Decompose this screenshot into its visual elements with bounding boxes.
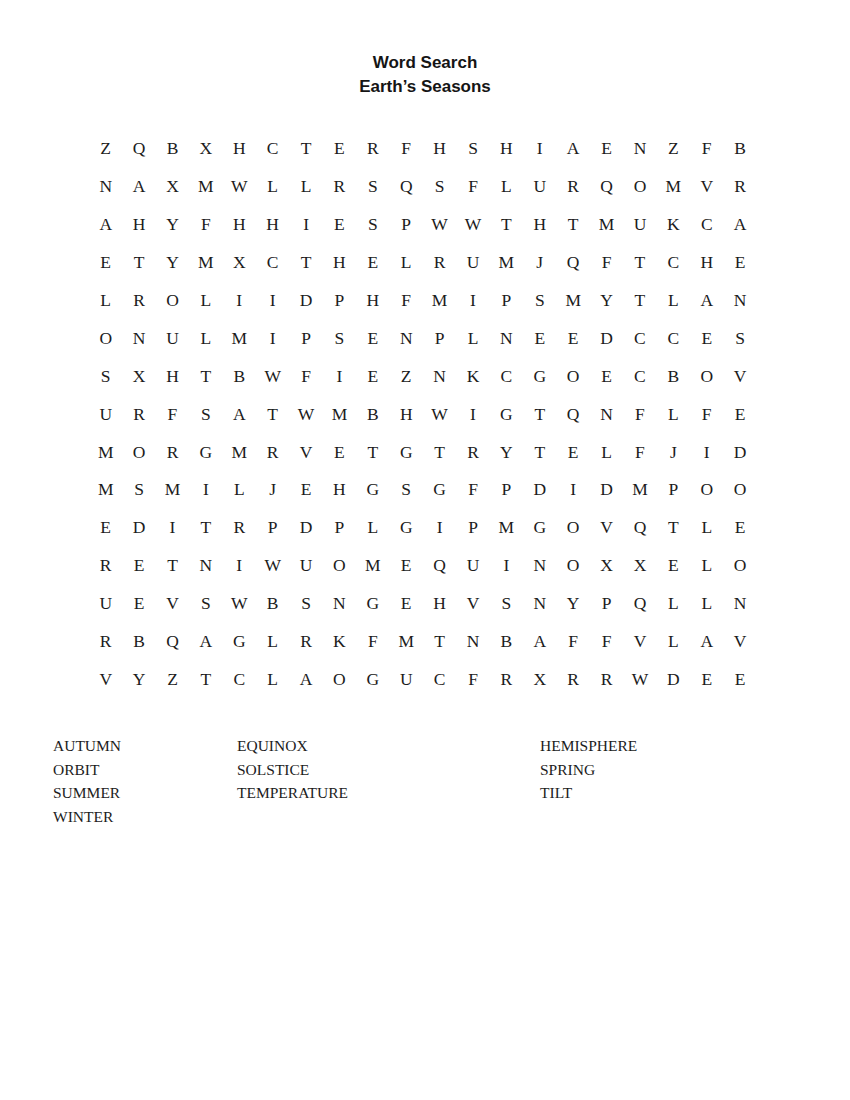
grid-cell-r14c19: A xyxy=(690,623,723,661)
grid-cell-r11c10: G xyxy=(390,509,423,547)
grid-cell-r3c18: K xyxy=(657,206,690,244)
grid-cell-r9c18: J xyxy=(657,433,690,471)
grid-cell-r10c15: I xyxy=(556,471,589,509)
puzzle-title-line-1: Word Search xyxy=(0,51,850,75)
puzzle-title-line-2: Earth’s Seasons xyxy=(0,75,850,99)
grid-cell-r13c1: U xyxy=(89,585,122,623)
grid-cell-r7c16: E xyxy=(590,357,623,395)
grid-cell-r1c8: E xyxy=(323,130,356,168)
grid-cell-r9c9: T xyxy=(356,433,389,471)
grid-cell-r4c16: F xyxy=(590,244,623,282)
grid-cell-r10c16: D xyxy=(590,471,623,509)
grid-cell-r5c5: I xyxy=(223,282,256,320)
grid-cell-r7c19: O xyxy=(690,357,723,395)
grid-cell-r1c2: Q xyxy=(122,130,155,168)
grid-cell-r5c18: L xyxy=(657,282,690,320)
grid-cell-r4c6: C xyxy=(256,244,289,282)
grid-cell-r13c11: H xyxy=(423,585,456,623)
grid-cell-r7c14: G xyxy=(523,357,556,395)
grid-cell-r7c6: W xyxy=(256,357,289,395)
grid-cell-r13c10: E xyxy=(390,585,423,623)
grid-cell-r6c3: U xyxy=(156,319,189,357)
grid-cell-r14c2: B xyxy=(122,623,155,661)
grid-cell-r15c10: U xyxy=(390,660,423,698)
grid-cell-r10c17: M xyxy=(623,471,656,509)
grid-cell-r2c13: L xyxy=(490,168,523,206)
grid-cell-r3c15: T xyxy=(556,206,589,244)
grid-cell-r11c9: L xyxy=(356,509,389,547)
grid-cell-r4c7: T xyxy=(289,244,322,282)
grid-cell-r5c13: P xyxy=(490,282,523,320)
word-search-grid: ZQBXHCTERFHSHIAENZFBNAXMWLLRSQSFLURQOMVR… xyxy=(89,130,757,698)
grid-cell-r9c12: R xyxy=(456,433,489,471)
grid-cell-r12c17: X xyxy=(623,547,656,585)
grid-cell-r15c20: E xyxy=(723,660,756,698)
word-item-solstice: SOLSTICE xyxy=(237,758,348,782)
grid-cell-r4c19: H xyxy=(690,244,723,282)
grid-cell-r12c5: I xyxy=(223,547,256,585)
grid-cell-r8c15: Q xyxy=(556,395,589,433)
grid-cell-r15c16: R xyxy=(590,660,623,698)
word-item-orbit: ORBIT xyxy=(53,758,121,782)
grid-cell-r5c4: L xyxy=(189,282,222,320)
grid-cell-r1c15: A xyxy=(556,130,589,168)
grid-cell-r5c12: I xyxy=(456,282,489,320)
grid-cell-r10c3: M xyxy=(156,471,189,509)
grid-cell-r7c20: V xyxy=(723,357,756,395)
grid-cell-r8c6: T xyxy=(256,395,289,433)
grid-cell-r4c3: Y xyxy=(156,244,189,282)
grid-cell-r5c20: N xyxy=(723,282,756,320)
grid-cell-r3c14: H xyxy=(523,206,556,244)
grid-cell-r14c11: T xyxy=(423,623,456,661)
grid-cell-r1c1: Z xyxy=(89,130,122,168)
grid-cell-r1c20: B xyxy=(723,130,756,168)
grid-cell-r8c7: W xyxy=(289,395,322,433)
grid-cell-r13c12: V xyxy=(456,585,489,623)
grid-cell-r3c2: H xyxy=(122,206,155,244)
grid-cell-r1c19: F xyxy=(690,130,723,168)
grid-cell-r11c4: T xyxy=(189,509,222,547)
grid-cell-r2c14: U xyxy=(523,168,556,206)
grid-cell-r9c13: Y xyxy=(490,433,523,471)
grid-cell-r9c19: I xyxy=(690,433,723,471)
grid-cell-r13c3: V xyxy=(156,585,189,623)
word-item-summer: SUMMER xyxy=(53,781,121,805)
grid-cell-r3c19: C xyxy=(690,206,723,244)
grid-cell-r14c6: L xyxy=(256,623,289,661)
grid-cell-r1c16: E xyxy=(590,130,623,168)
grid-cell-r13c9: G xyxy=(356,585,389,623)
grid-cell-r4c4: M xyxy=(189,244,222,282)
grid-cell-r1c12: S xyxy=(456,130,489,168)
grid-cell-r5c17: T xyxy=(623,282,656,320)
grid-cell-r2c10: Q xyxy=(390,168,423,206)
grid-cell-r8c14: T xyxy=(523,395,556,433)
grid-cell-r11c7: D xyxy=(289,509,322,547)
grid-cell-r1c4: X xyxy=(189,130,222,168)
grid-cell-r13c7: S xyxy=(289,585,322,623)
grid-cell-r13c16: P xyxy=(590,585,623,623)
grid-cell-r10c5: L xyxy=(223,471,256,509)
grid-cell-r15c5: C xyxy=(223,660,256,698)
grid-cell-r12c8: O xyxy=(323,547,356,585)
grid-cell-r10c12: F xyxy=(456,471,489,509)
grid-cell-r2c4: M xyxy=(189,168,222,206)
grid-cell-r12c9: M xyxy=(356,547,389,585)
grid-cell-r2c2: A xyxy=(122,168,155,206)
grid-cell-r3c6: H xyxy=(256,206,289,244)
grid-cell-r5c2: R xyxy=(122,282,155,320)
grid-cell-r4c10: L xyxy=(390,244,423,282)
grid-cell-r9c4: G xyxy=(189,433,222,471)
grid-cell-r10c20: O xyxy=(723,471,756,509)
grid-cell-r14c20: V xyxy=(723,623,756,661)
grid-cell-r3c10: P xyxy=(390,206,423,244)
grid-cell-r8c17: F xyxy=(623,395,656,433)
grid-cell-r14c18: L xyxy=(657,623,690,661)
word-item-autumn: AUTUMN xyxy=(53,734,121,758)
grid-cell-r12c19: L xyxy=(690,547,723,585)
grid-cell-r11c3: I xyxy=(156,509,189,547)
grid-cell-r2c19: V xyxy=(690,168,723,206)
grid-cell-r6c8: S xyxy=(323,319,356,357)
grid-cell-r2c20: R xyxy=(723,168,756,206)
grid-cell-r11c8: P xyxy=(323,509,356,547)
grid-cell-r1c7: T xyxy=(289,130,322,168)
grid-cell-r12c4: N xyxy=(189,547,222,585)
grid-cell-r15c1: V xyxy=(89,660,122,698)
grid-cell-r6c14: E xyxy=(523,319,556,357)
grid-cell-r5c14: S xyxy=(523,282,556,320)
grid-cell-r8c5: A xyxy=(223,395,256,433)
grid-cell-r10c7: E xyxy=(289,471,322,509)
grid-cell-r7c9: E xyxy=(356,357,389,395)
grid-cell-r9c1: M xyxy=(89,433,122,471)
word-item-spring: SPRING xyxy=(540,758,637,782)
grid-cell-r4c5: X xyxy=(223,244,256,282)
grid-cell-r12c20: O xyxy=(723,547,756,585)
grid-cell-r6c18: C xyxy=(657,319,690,357)
grid-cell-r5c7: D xyxy=(289,282,322,320)
grid-cell-r8c8: M xyxy=(323,395,356,433)
grid-cell-r11c17: Q xyxy=(623,509,656,547)
grid-cell-r8c3: F xyxy=(156,395,189,433)
word-item-temperature: TEMPERATURE xyxy=(237,781,348,805)
grid-cell-r8c9: B xyxy=(356,395,389,433)
grid-cell-r5c15: M xyxy=(556,282,589,320)
grid-cell-r4c8: H xyxy=(323,244,356,282)
grid-cell-r11c13: M xyxy=(490,509,523,547)
grid-cell-r12c12: U xyxy=(456,547,489,585)
grid-cell-r8c16: N xyxy=(590,395,623,433)
grid-cell-r4c1: E xyxy=(89,244,122,282)
grid-cell-r13c14: N xyxy=(523,585,556,623)
grid-cell-r6c20: S xyxy=(723,319,756,357)
grid-cell-r4c17: T xyxy=(623,244,656,282)
grid-cell-r15c2: Y xyxy=(122,660,155,698)
grid-cell-r8c13: G xyxy=(490,395,523,433)
grid-cell-r1c9: R xyxy=(356,130,389,168)
grid-cell-r8c20: E xyxy=(723,395,756,433)
grid-cell-r9c5: M xyxy=(223,433,256,471)
grid-cell-r6c9: E xyxy=(356,319,389,357)
grid-cell-r14c4: A xyxy=(189,623,222,661)
grid-cell-r5c11: M xyxy=(423,282,456,320)
grid-cell-r14c15: F xyxy=(556,623,589,661)
grid-cell-r1c11: H xyxy=(423,130,456,168)
grid-cell-r13c19: L xyxy=(690,585,723,623)
grid-cell-r3c9: S xyxy=(356,206,389,244)
grid-cell-r5c16: Y xyxy=(590,282,623,320)
grid-cell-r12c14: N xyxy=(523,547,556,585)
grid-cell-r12c18: E xyxy=(657,547,690,585)
grid-cell-r4c15: Q xyxy=(556,244,589,282)
grid-cell-r14c10: M xyxy=(390,623,423,661)
grid-cell-r9c17: F xyxy=(623,433,656,471)
grid-cell-r11c1: E xyxy=(89,509,122,547)
grid-cell-r2c7: L xyxy=(289,168,322,206)
grid-cell-r14c13: B xyxy=(490,623,523,661)
grid-cell-r14c12: N xyxy=(456,623,489,661)
grid-cell-r7c12: K xyxy=(456,357,489,395)
grid-cell-r9c15: E xyxy=(556,433,589,471)
grid-cell-r15c4: T xyxy=(189,660,222,698)
grid-cell-r15c12: F xyxy=(456,660,489,698)
grid-cell-r13c8: N xyxy=(323,585,356,623)
grid-cell-r3c8: E xyxy=(323,206,356,244)
grid-cell-r7c13: C xyxy=(490,357,523,395)
word-item-equinox: EQUINOX xyxy=(237,734,348,758)
grid-cell-r11c2: D xyxy=(122,509,155,547)
grid-cell-r14c14: A xyxy=(523,623,556,661)
grid-cell-r6c15: E xyxy=(556,319,589,357)
grid-cell-r6c6: I xyxy=(256,319,289,357)
grid-cell-r12c16: X xyxy=(590,547,623,585)
grid-cell-r6c19: E xyxy=(690,319,723,357)
grid-cell-r8c11: W xyxy=(423,395,456,433)
grid-cell-r6c17: C xyxy=(623,319,656,357)
grid-cell-r14c9: F xyxy=(356,623,389,661)
grid-cell-r2c18: M xyxy=(657,168,690,206)
grid-cell-r9c2: O xyxy=(122,433,155,471)
grid-cell-r8c19: F xyxy=(690,395,723,433)
grid-cell-r9c3: R xyxy=(156,433,189,471)
grid-cell-r7c4: T xyxy=(189,357,222,395)
grid-cell-r14c3: Q xyxy=(156,623,189,661)
grid-cell-r6c4: L xyxy=(189,319,222,357)
grid-cell-r3c5: H xyxy=(223,206,256,244)
grid-cell-r11c12: P xyxy=(456,509,489,547)
grid-cell-r1c14: I xyxy=(523,130,556,168)
grid-cell-r7c1: S xyxy=(89,357,122,395)
grid-cell-r13c18: L xyxy=(657,585,690,623)
grid-cell-r7c3: H xyxy=(156,357,189,395)
word-list-column-1: AUTUMNORBITSUMMERWINTER xyxy=(53,734,121,828)
grid-cell-r2c3: X xyxy=(156,168,189,206)
grid-cell-r10c14: D xyxy=(523,471,556,509)
word-list: AUTUMNORBITSUMMERWINTER EQUINOXSOLSTICET… xyxy=(53,734,813,834)
grid-cell-r2c15: R xyxy=(556,168,589,206)
grid-cell-r10c2: S xyxy=(122,471,155,509)
grid-cell-r5c3: O xyxy=(156,282,189,320)
grid-cell-r14c17: V xyxy=(623,623,656,661)
word-item-winter: WINTER xyxy=(53,805,121,829)
grid-cell-r4c14: J xyxy=(523,244,556,282)
grid-cell-r4c18: C xyxy=(657,244,690,282)
grid-cell-r6c10: N xyxy=(390,319,423,357)
grid-cell-r1c13: H xyxy=(490,130,523,168)
grid-cell-r8c2: R xyxy=(122,395,155,433)
grid-cell-r12c3: T xyxy=(156,547,189,585)
grid-cell-r10c13: P xyxy=(490,471,523,509)
grid-cell-r12c10: E xyxy=(390,547,423,585)
grid-cell-r15c9: G xyxy=(356,660,389,698)
grid-cell-r2c12: F xyxy=(456,168,489,206)
grid-cell-r10c1: M xyxy=(89,471,122,509)
grid-cell-r7c5: B xyxy=(223,357,256,395)
grid-cell-r11c6: P xyxy=(256,509,289,547)
grid-cell-r7c11: N xyxy=(423,357,456,395)
grid-cell-r12c2: E xyxy=(122,547,155,585)
grid-cell-r15c19: E xyxy=(690,660,723,698)
grid-cell-r14c5: G xyxy=(223,623,256,661)
grid-cell-r8c10: H xyxy=(390,395,423,433)
grid-cell-r2c1: N xyxy=(89,168,122,206)
grid-cell-r15c8: O xyxy=(323,660,356,698)
grid-cell-r15c18: D xyxy=(657,660,690,698)
grid-cell-r1c5: H xyxy=(223,130,256,168)
grid-cell-r11c16: V xyxy=(590,509,623,547)
grid-cell-r5c8: P xyxy=(323,282,356,320)
grid-cell-r8c18: L xyxy=(657,395,690,433)
grid-cell-r3c11: W xyxy=(423,206,456,244)
grid-cell-r3c16: M xyxy=(590,206,623,244)
grid-cell-r2c17: O xyxy=(623,168,656,206)
grid-cell-r2c5: W xyxy=(223,168,256,206)
grid-cell-r14c7: R xyxy=(289,623,322,661)
grid-cell-r3c7: I xyxy=(289,206,322,244)
grid-cell-r7c7: F xyxy=(289,357,322,395)
grid-cell-r1c3: B xyxy=(156,130,189,168)
grid-cell-r9c7: V xyxy=(289,433,322,471)
grid-cell-r15c17: W xyxy=(623,660,656,698)
grid-cell-r15c13: R xyxy=(490,660,523,698)
grid-cell-r11c14: G xyxy=(523,509,556,547)
grid-cell-r9c20: D xyxy=(723,433,756,471)
grid-cell-r1c10: F xyxy=(390,130,423,168)
grid-cell-r4c12: U xyxy=(456,244,489,282)
grid-cell-r12c6: W xyxy=(256,547,289,585)
grid-cell-r10c4: I xyxy=(189,471,222,509)
grid-cell-r8c4: S xyxy=(189,395,222,433)
grid-cell-r12c15: O xyxy=(556,547,589,585)
grid-cell-r10c19: O xyxy=(690,471,723,509)
grid-cell-r11c11: I xyxy=(423,509,456,547)
grid-cell-r3c13: T xyxy=(490,206,523,244)
grid-cell-r8c1: U xyxy=(89,395,122,433)
grid-cell-r6c12: L xyxy=(456,319,489,357)
grid-cell-r11c5: R xyxy=(223,509,256,547)
grid-cell-r10c11: G xyxy=(423,471,456,509)
grid-cell-r12c7: U xyxy=(289,547,322,585)
grid-cell-r14c16: F xyxy=(590,623,623,661)
grid-cell-r15c15: R xyxy=(556,660,589,698)
grid-cell-r5c9: H xyxy=(356,282,389,320)
word-list-column-3: HEMISPHERESPRINGTILT xyxy=(540,734,637,805)
grid-cell-r1c6: C xyxy=(256,130,289,168)
grid-cell-r5c1: L xyxy=(89,282,122,320)
worksheet-page: Word Search Earth’s Seasons ZQBXHCTERFHS… xyxy=(0,0,850,1100)
grid-cell-r2c11: S xyxy=(423,168,456,206)
grid-cell-r2c16: Q xyxy=(590,168,623,206)
grid-cell-r4c9: E xyxy=(356,244,389,282)
grid-cell-r11c15: O xyxy=(556,509,589,547)
grid-cell-r14c8: K xyxy=(323,623,356,661)
grid-cell-r15c6: L xyxy=(256,660,289,698)
grid-cell-r15c14: X xyxy=(523,660,556,698)
grid-cell-r3c1: A xyxy=(89,206,122,244)
grid-cell-r4c2: T xyxy=(122,244,155,282)
grid-cell-r6c13: N xyxy=(490,319,523,357)
grid-cell-r6c16: D xyxy=(590,319,623,357)
grid-cell-r9c11: T xyxy=(423,433,456,471)
grid-cell-r10c9: G xyxy=(356,471,389,509)
grid-cell-r5c10: F xyxy=(390,282,423,320)
grid-cell-r13c6: B xyxy=(256,585,289,623)
grid-cell-r12c1: R xyxy=(89,547,122,585)
grid-cell-r15c7: A xyxy=(289,660,322,698)
grid-cell-r3c4: F xyxy=(189,206,222,244)
grid-cell-r3c3: Y xyxy=(156,206,189,244)
grid-cell-r13c5: W xyxy=(223,585,256,623)
grid-cell-r11c19: L xyxy=(690,509,723,547)
grid-cell-r14c1: R xyxy=(89,623,122,661)
grid-cell-r2c8: R xyxy=(323,168,356,206)
grid-cell-r11c18: T xyxy=(657,509,690,547)
grid-cell-r5c6: I xyxy=(256,282,289,320)
grid-cell-r9c8: E xyxy=(323,433,356,471)
grid-cell-r15c11: C xyxy=(423,660,456,698)
grid-cell-r6c1: O xyxy=(89,319,122,357)
grid-cell-r11c20: E xyxy=(723,509,756,547)
grid-cell-r13c15: Y xyxy=(556,585,589,623)
grid-cell-r6c11: P xyxy=(423,319,456,357)
grid-cell-r2c9: S xyxy=(356,168,389,206)
grid-cell-r7c2: X xyxy=(122,357,155,395)
grid-cell-r13c13: S xyxy=(490,585,523,623)
grid-cell-r2c6: L xyxy=(256,168,289,206)
word-item-hemisphere: HEMISPHERE xyxy=(540,734,637,758)
grid-cell-r3c17: U xyxy=(623,206,656,244)
word-item-tilt: TILT xyxy=(540,781,637,805)
grid-cell-r9c14: T xyxy=(523,433,556,471)
grid-cell-r1c18: Z xyxy=(657,130,690,168)
grid-cell-r7c15: O xyxy=(556,357,589,395)
grid-cell-r13c20: N xyxy=(723,585,756,623)
grid-cell-r5c19: A xyxy=(690,282,723,320)
grid-cell-r10c8: H xyxy=(323,471,356,509)
grid-cell-r13c4: S xyxy=(189,585,222,623)
grid-cell-r10c10: S xyxy=(390,471,423,509)
grid-cell-r10c6: J xyxy=(256,471,289,509)
puzzle-title: Word Search Earth’s Seasons xyxy=(0,51,850,99)
grid-cell-r12c11: Q xyxy=(423,547,456,585)
grid-cell-r13c17: Q xyxy=(623,585,656,623)
grid-cell-r9c6: R xyxy=(256,433,289,471)
grid-cell-r9c10: G xyxy=(390,433,423,471)
grid-cell-r9c16: L xyxy=(590,433,623,471)
